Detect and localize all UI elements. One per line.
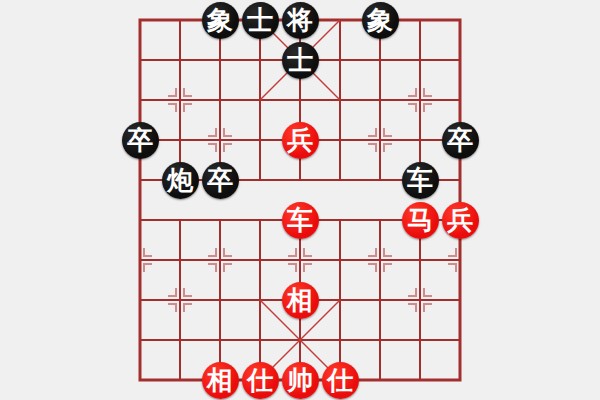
- board-point[interactable]: [440, 160, 480, 200]
- board-point[interactable]: [120, 240, 160, 280]
- piece-red-soldier[interactable]: 兵: [442, 202, 479, 239]
- piece-black-elephant[interactable]: 象: [362, 2, 399, 39]
- board-point[interactable]: 将: [280, 0, 320, 40]
- board-point[interactable]: [240, 200, 280, 240]
- board-point[interactable]: 车: [280, 200, 320, 240]
- board-point[interactable]: [360, 280, 400, 320]
- piece-black-chariot[interactable]: 车: [402, 162, 439, 199]
- board-point[interactable]: [160, 120, 200, 160]
- board-point[interactable]: [160, 320, 200, 360]
- board-point[interactable]: 兵: [440, 200, 480, 240]
- board-point[interactable]: [160, 40, 200, 80]
- board-point[interactable]: 士: [280, 40, 320, 80]
- piece-black-cannon[interactable]: 炮: [162, 162, 199, 199]
- board-point[interactable]: [400, 320, 440, 360]
- board-point[interactable]: 象: [360, 0, 400, 40]
- board-point[interactable]: 卒: [120, 120, 160, 160]
- board-point[interactable]: [160, 280, 200, 320]
- piece-red-elephant[interactable]: 相: [282, 282, 319, 319]
- board-point[interactable]: [280, 80, 320, 120]
- board-point[interactable]: [360, 360, 400, 400]
- piece-black-soldier[interactable]: 卒: [122, 122, 159, 159]
- board-point[interactable]: [120, 200, 160, 240]
- board-point[interactable]: [440, 240, 480, 280]
- board-point[interactable]: [160, 200, 200, 240]
- board-point[interactable]: 车: [400, 160, 440, 200]
- board-point[interactable]: [120, 280, 160, 320]
- board-point[interactable]: [280, 240, 320, 280]
- board-point[interactable]: [200, 280, 240, 320]
- board-point[interactable]: 卒: [440, 120, 480, 160]
- board-point[interactable]: 相: [280, 280, 320, 320]
- board-point[interactable]: [400, 0, 440, 40]
- board-point[interactable]: [400, 120, 440, 160]
- board-point[interactable]: [120, 320, 160, 360]
- piece-red-general[interactable]: 帅: [282, 362, 319, 399]
- board-point[interactable]: [320, 320, 360, 360]
- board-point[interactable]: [400, 80, 440, 120]
- board-point[interactable]: [240, 120, 280, 160]
- board-point[interactable]: [160, 360, 200, 400]
- board-point[interactable]: 马: [400, 200, 440, 240]
- board-point[interactable]: [440, 80, 480, 120]
- board-point[interactable]: [280, 320, 320, 360]
- board-point[interactable]: [200, 240, 240, 280]
- piece-red-horse[interactable]: 马: [402, 202, 439, 239]
- piece-red-advisor[interactable]: 仕: [322, 362, 359, 399]
- board-point[interactable]: [320, 240, 360, 280]
- board-point[interactable]: [240, 40, 280, 80]
- piece-black-soldier[interactable]: 卒: [202, 162, 239, 199]
- board-point[interactable]: [320, 40, 360, 80]
- board-point[interactable]: [400, 360, 440, 400]
- piece-black-soldier[interactable]: 卒: [442, 122, 479, 159]
- board-point[interactable]: [120, 360, 160, 400]
- board-point[interactable]: [440, 320, 480, 360]
- board-point[interactable]: [400, 40, 440, 80]
- piece-black-elephant[interactable]: 象: [202, 2, 239, 39]
- board-point[interactable]: [360, 120, 400, 160]
- board-point[interactable]: [280, 160, 320, 200]
- board-point[interactable]: [320, 280, 360, 320]
- piece-black-advisor[interactable]: 士: [242, 2, 279, 39]
- board-point[interactable]: 帅: [280, 360, 320, 400]
- board-point[interactable]: [320, 160, 360, 200]
- board-point[interactable]: [240, 160, 280, 200]
- board-point[interactable]: [120, 0, 160, 40]
- board-point[interactable]: [120, 80, 160, 120]
- board-point[interactable]: [120, 40, 160, 80]
- board-point[interactable]: [320, 80, 360, 120]
- board-point[interactable]: [360, 80, 400, 120]
- xiangqi-board: 象士将象士卒兵卒炮卒车车马兵相相仕帅仕: [120, 0, 480, 400]
- board-point[interactable]: [360, 200, 400, 240]
- board-point[interactable]: [200, 80, 240, 120]
- board-point[interactable]: [400, 240, 440, 280]
- board-point[interactable]: [200, 200, 240, 240]
- piece-black-advisor[interactable]: 士: [282, 42, 319, 79]
- board-point[interactable]: 卒: [200, 160, 240, 200]
- board-point[interactable]: 兵: [280, 120, 320, 160]
- board-point[interactable]: [320, 0, 360, 40]
- board-point[interactable]: [160, 0, 200, 40]
- board-point[interactable]: 仕: [240, 360, 280, 400]
- board-point[interactable]: [160, 240, 200, 280]
- board-point[interactable]: [200, 120, 240, 160]
- board-point[interactable]: [240, 240, 280, 280]
- board-point[interactable]: [240, 80, 280, 120]
- board-point[interactable]: [120, 160, 160, 200]
- board-point[interactable]: 炮: [160, 160, 200, 200]
- board-point[interactable]: [440, 280, 480, 320]
- board-point[interactable]: [240, 280, 280, 320]
- board-point[interactable]: [320, 200, 360, 240]
- board-point[interactable]: 相: [200, 360, 240, 400]
- piece-red-advisor[interactable]: 仕: [242, 362, 279, 399]
- board-point[interactable]: [240, 320, 280, 360]
- piece-red-elephant[interactable]: 相: [202, 362, 239, 399]
- board-point[interactable]: [320, 120, 360, 160]
- board-point[interactable]: [160, 80, 200, 120]
- piece-red-chariot[interactable]: 车: [282, 202, 319, 239]
- board-point[interactable]: [440, 0, 480, 40]
- board-point[interactable]: [360, 40, 400, 80]
- board-point[interactable]: 象: [200, 0, 240, 40]
- board-point[interactable]: [200, 320, 240, 360]
- board-point[interactable]: [400, 280, 440, 320]
- board-point[interactable]: 仕: [320, 360, 360, 400]
- piece-red-soldier[interactable]: 兵: [282, 122, 319, 159]
- board-point[interactable]: [360, 320, 400, 360]
- board-point[interactable]: [200, 40, 240, 80]
- board-point[interactable]: [360, 240, 400, 280]
- board-point[interactable]: [440, 360, 480, 400]
- board-point[interactable]: 士: [240, 0, 280, 40]
- board-point[interactable]: [440, 40, 480, 80]
- piece-black-general[interactable]: 将: [282, 2, 319, 39]
- xiangqi-board-screenshot: 象士将象士卒兵卒炮卒车车马兵相相仕帅仕: [0, 0, 600, 400]
- board-point[interactable]: [360, 160, 400, 200]
